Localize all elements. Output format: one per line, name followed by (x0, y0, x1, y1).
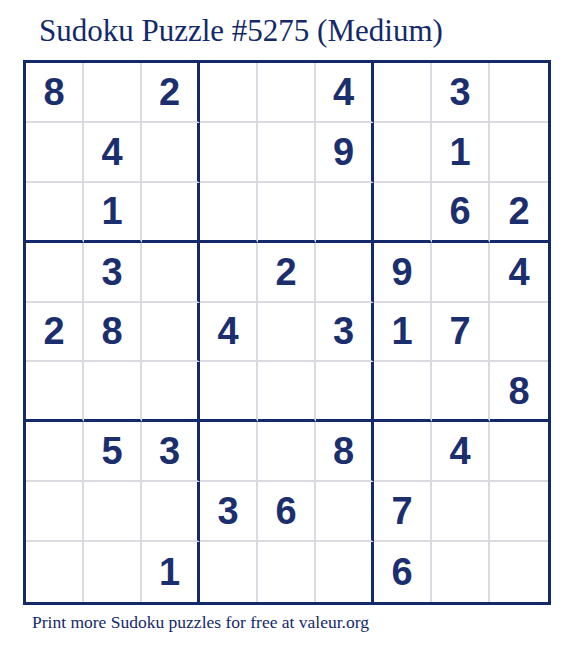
sudoku-cell (490, 123, 548, 183)
sudoku-cell (490, 482, 548, 542)
sudoku-cell (258, 183, 316, 243)
sudoku-cell (26, 482, 84, 542)
sudoku-cell: 9 (374, 243, 432, 303)
sudoku-cell (374, 123, 432, 183)
sudoku-cell: 2 (142, 63, 200, 123)
sudoku-cell (316, 542, 374, 602)
sudoku-cell: 8 (316, 422, 374, 482)
sudoku-cell (316, 482, 374, 542)
sudoku-cell (142, 183, 200, 243)
sudoku-cell (374, 362, 432, 422)
sudoku-cell: 5 (84, 422, 142, 482)
sudoku-cell: 7 (432, 303, 490, 363)
sudoku-cell (258, 63, 316, 123)
sudoku-cell (258, 303, 316, 363)
sudoku-cell (26, 183, 84, 243)
puzzle-title: Sudoku Puzzle #5275 (Medium) (39, 13, 443, 49)
sudoku-cell: 4 (200, 303, 258, 363)
sudoku-cell (200, 123, 258, 183)
sudoku-cell (316, 362, 374, 422)
sudoku-board: 824349116232942843178538436716 (23, 60, 551, 605)
sudoku-cell (142, 362, 200, 422)
sudoku-cell (200, 63, 258, 123)
sudoku-cell (432, 542, 490, 602)
sudoku-cell (432, 482, 490, 542)
sudoku-cell (142, 482, 200, 542)
sudoku-cell (258, 542, 316, 602)
sudoku-cell (26, 243, 84, 303)
footer-text: Print more Sudoku puzzles for free at va… (32, 612, 369, 633)
sudoku-cell (432, 362, 490, 422)
sudoku-cell (84, 542, 142, 602)
sudoku-cell: 8 (490, 362, 548, 422)
sudoku-cell (142, 303, 200, 363)
sudoku-cell (200, 422, 258, 482)
sudoku-cell (490, 542, 548, 602)
sudoku-cell: 4 (432, 422, 490, 482)
sudoku-cell: 1 (374, 303, 432, 363)
sudoku-cell: 2 (26, 303, 84, 363)
sudoku-cell (374, 422, 432, 482)
sudoku-cell: 7 (374, 482, 432, 542)
sudoku-cell: 3 (142, 422, 200, 482)
sudoku-cell (142, 123, 200, 183)
sudoku-cell: 6 (374, 542, 432, 602)
sudoku-cell (84, 63, 142, 123)
sudoku-cell (258, 123, 316, 183)
sudoku-cell (26, 362, 84, 422)
sudoku-cell: 8 (26, 63, 84, 123)
sudoku-cell: 1 (84, 183, 142, 243)
sudoku-cell (316, 183, 374, 243)
sudoku-cell (200, 542, 258, 602)
sudoku-cell (84, 362, 142, 422)
sudoku-cell (490, 303, 548, 363)
sudoku-cell (316, 243, 374, 303)
sudoku-cell: 8 (84, 303, 142, 363)
sudoku-cell: 3 (432, 63, 490, 123)
sudoku-cell: 2 (490, 183, 548, 243)
sudoku-cell: 6 (258, 482, 316, 542)
sudoku-cell (142, 243, 200, 303)
sudoku-cell: 9 (316, 123, 374, 183)
sudoku-cell (258, 422, 316, 482)
sudoku-cell (490, 63, 548, 123)
sudoku-cell (26, 422, 84, 482)
sudoku-cell (432, 243, 490, 303)
sudoku-cell (200, 362, 258, 422)
sudoku-cell (258, 362, 316, 422)
sudoku-cell: 3 (200, 482, 258, 542)
sudoku-cell: 4 (316, 63, 374, 123)
sudoku-cell (26, 123, 84, 183)
sudoku-cell: 3 (316, 303, 374, 363)
sudoku-cell: 1 (432, 123, 490, 183)
sudoku-cell (200, 183, 258, 243)
sudoku-cell (374, 183, 432, 243)
sudoku-cell: 6 (432, 183, 490, 243)
sudoku-cell (26, 542, 84, 602)
sudoku-cell (490, 422, 548, 482)
sudoku-cell (374, 63, 432, 123)
sudoku-cell: 1 (142, 542, 200, 602)
sudoku-cell: 4 (490, 243, 548, 303)
sudoku-cell (84, 482, 142, 542)
sudoku-cell: 4 (84, 123, 142, 183)
sudoku-cell: 3 (84, 243, 142, 303)
sudoku-cell: 2 (258, 243, 316, 303)
sudoku-cell (200, 243, 258, 303)
